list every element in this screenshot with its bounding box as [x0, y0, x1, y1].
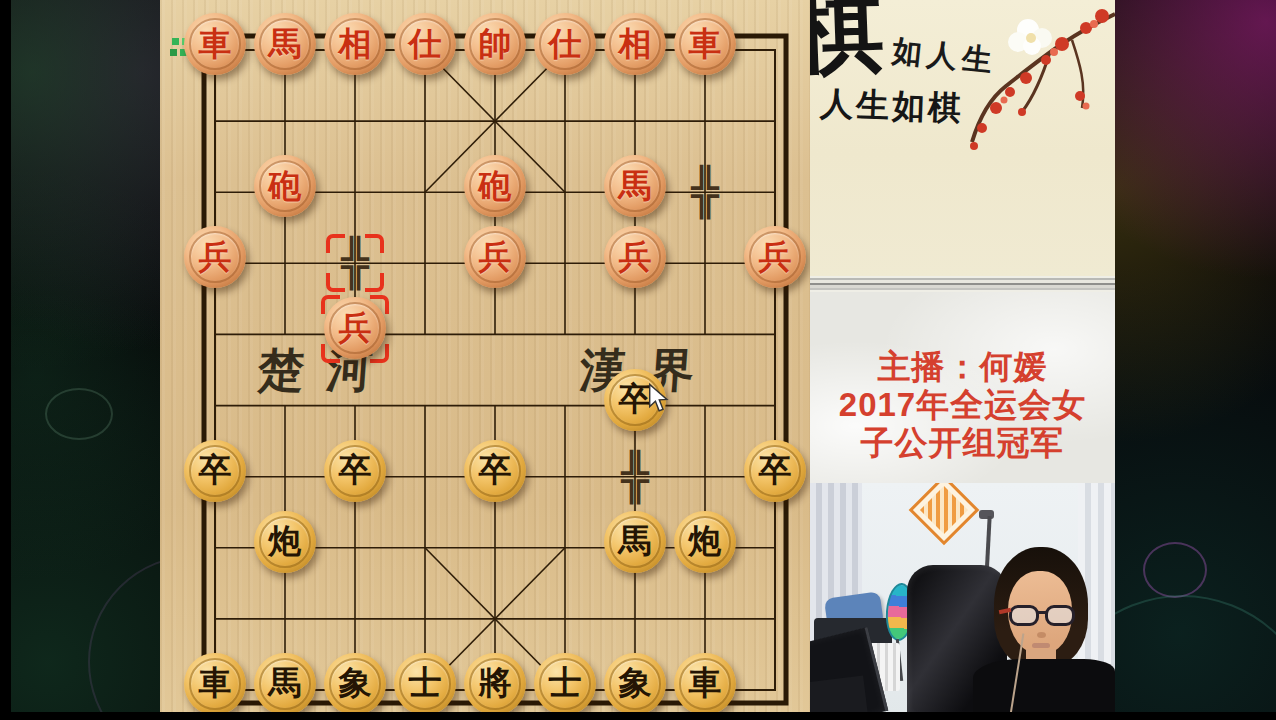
piece-red-1-0[interactable]: 馬: [254, 13, 316, 75]
piece-red-8-3[interactable]: 兵: [744, 226, 806, 288]
piece-red-0-3[interactable]: 兵: [184, 226, 246, 288]
calligraphy-section: 棋 如人生 人生如棋: [810, 0, 1115, 278]
webcam-view: [810, 483, 1115, 713]
piece-black-7-9[interactable]: 車: [674, 653, 736, 715]
streamer-body: [973, 659, 1115, 713]
piece-black-8-6[interactable]: 卒: [744, 440, 806, 502]
streamer-info-line1: 主播：何媛: [810, 348, 1115, 386]
video-frame: 楚河 漢界 ╬╬╬ 車馬相仕帥仕相車砲砲馬兵兵兵兵兵卒卒卒卒卒炮馬炮車馬象士將士…: [0, 0, 1276, 720]
right-ambient-background: [1115, 0, 1276, 720]
piece-red-2-0[interactable]: 相: [324, 13, 386, 75]
piece-black-1-7[interactable]: 炮: [254, 511, 316, 573]
piece-red-0-0[interactable]: 車: [184, 13, 246, 75]
piece-black-6-7[interactable]: 馬: [604, 511, 666, 573]
lamp-stand: [979, 510, 994, 519]
piece-red-6-3[interactable]: 兵: [604, 226, 666, 288]
piece-red-6-2[interactable]: 馬: [604, 155, 666, 217]
desk-shadow: [810, 675, 868, 713]
piece-red-4-3[interactable]: 兵: [464, 226, 526, 288]
xiangqi-board[interactable]: 楚河 漢界 ╬╬╬ 車馬相仕帥仕相車砲砲馬兵兵兵兵兵卒卒卒卒卒炮馬炮車馬象士將士…: [160, 0, 810, 720]
streamer-info-section: 主播：何媛 2017年全运会女 子公开组冠军: [810, 292, 1115, 483]
piece-red-7-0[interactable]: 車: [674, 13, 736, 75]
piece-black-1-9[interactable]: 馬: [254, 653, 316, 715]
piece-black-2-6[interactable]: 卒: [324, 440, 386, 502]
piece-black-0-9[interactable]: 車: [184, 653, 246, 715]
window-ornament: [909, 483, 980, 545]
streamer-mouth: [1032, 643, 1050, 648]
bokeh-arc: [1115, 595, 1276, 720]
piece-red-6-0[interactable]: 相: [604, 13, 666, 75]
piece-red-2-4[interactable]: 兵: [324, 297, 386, 359]
right-panel: 棋 如人生 人生如棋: [810, 0, 1115, 720]
bokeh-circle: [1143, 542, 1207, 598]
streamer-nose: [1037, 632, 1046, 638]
bokeh-circle: [88, 555, 160, 720]
bokeh-circle: [45, 388, 113, 440]
piece-black-4-6[interactable]: 卒: [464, 440, 526, 502]
piece-black-5-9[interactable]: 士: [534, 653, 596, 715]
streamer-info-line3: 子公开组冠军: [810, 424, 1115, 462]
left-black-edge: [0, 0, 11, 720]
piece-black-0-6[interactable]: 卒: [184, 440, 246, 502]
piece-black-7-7[interactable]: 炮: [674, 511, 736, 573]
streamer-info-line2: 2017年全运会女: [810, 386, 1115, 424]
mouse-cursor: [648, 383, 670, 413]
plum-blossom-branch: [810, 0, 1115, 278]
streamer-glasses: [1007, 605, 1085, 631]
point-marker-cross: ╬: [611, 453, 659, 501]
piece-red-1-2[interactable]: 砲: [254, 155, 316, 217]
last-move-origin-marker: [326, 234, 384, 292]
point-marker-cross: ╬: [681, 168, 729, 216]
piece-red-4-0[interactable]: 帥: [464, 13, 526, 75]
piece-red-5-0[interactable]: 仕: [534, 13, 596, 75]
piece-black-3-9[interactable]: 士: [394, 653, 456, 715]
letterbox-bottom-bar: [0, 712, 1276, 720]
left-ambient-background: [0, 0, 160, 720]
piece-black-2-9[interactable]: 象: [324, 653, 386, 715]
piece-black-4-9[interactable]: 將: [464, 653, 526, 715]
piece-red-3-0[interactable]: 仕: [394, 13, 456, 75]
scroll-divider: [810, 276, 1115, 292]
piece-black-6-9[interactable]: 象: [604, 653, 666, 715]
piece-red-4-2[interactable]: 砲: [464, 155, 526, 217]
